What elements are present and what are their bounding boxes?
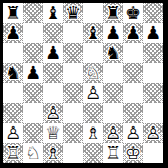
square-e8[interactable] [83, 3, 103, 23]
square-b4[interactable] [23, 83, 43, 103]
piece-white-rook[interactable]: ♖ [3, 143, 23, 163]
piece-black-pawn[interactable]: ♟ [143, 23, 163, 43]
chess-board: ♜♝♛♜♚♟♝♟♟♟♟♞♞♟♘♙♙♙♕♗♙♙♙♖♘♗♖♔ [3, 3, 163, 163]
piece-white-bishop[interactable]: ♗ [83, 123, 103, 143]
piece-white-pawn[interactable]: ♙ [3, 123, 23, 143]
square-d1[interactable] [63, 143, 83, 163]
piece-white-pawn[interactable]: ♙ [103, 123, 123, 143]
piece-black-bishop[interactable]: ♝ [43, 3, 63, 23]
square-d6[interactable] [63, 43, 83, 63]
square-b6[interactable] [23, 43, 43, 63]
square-c1[interactable]: ♗ [43, 143, 63, 163]
piece-black-rook[interactable]: ♜ [103, 3, 123, 23]
chess-diagram: ♜♝♛♜♚♟♝♟♟♟♟♞♞♟♘♙♙♙♕♗♙♙♙♖♘♗♖♔ [0, 0, 168, 168]
piece-white-queen[interactable]: ♕ [43, 123, 63, 143]
square-g3[interactable] [123, 103, 143, 123]
piece-white-king[interactable]: ♔ [123, 143, 143, 163]
square-a2[interactable]: ♙ [3, 123, 23, 143]
square-h3[interactable] [143, 103, 163, 123]
square-e7[interactable]: ♝ [83, 23, 103, 43]
square-c2[interactable]: ♕ [43, 123, 63, 143]
square-c8[interactable]: ♝ [43, 3, 63, 23]
square-c5[interactable] [43, 63, 63, 83]
square-e2[interactable]: ♗ [83, 123, 103, 143]
square-b8[interactable] [23, 3, 43, 23]
square-b3[interactable] [23, 103, 43, 123]
square-g4[interactable] [123, 83, 143, 103]
square-a5[interactable]: ♞ [3, 63, 23, 83]
square-d2[interactable] [63, 123, 83, 143]
square-h4[interactable] [143, 83, 163, 103]
piece-black-knight[interactable]: ♞ [103, 43, 123, 63]
square-b7[interactable] [23, 23, 43, 43]
square-e5[interactable]: ♘ [83, 63, 103, 83]
piece-black-pawn[interactable]: ♟ [103, 23, 123, 43]
square-f2[interactable]: ♙ [103, 123, 123, 143]
square-f8[interactable]: ♜ [103, 3, 123, 23]
square-b2[interactable] [23, 123, 43, 143]
square-c4[interactable] [43, 83, 63, 103]
piece-white-rook[interactable]: ♖ [103, 143, 123, 163]
square-g1[interactable]: ♔ [123, 143, 143, 163]
square-a1[interactable]: ♖ [3, 143, 23, 163]
piece-white-knight[interactable]: ♘ [83, 63, 103, 83]
piece-white-bishop[interactable]: ♗ [43, 143, 63, 163]
square-e4[interactable]: ♙ [83, 83, 103, 103]
square-g2[interactable]: ♙ [123, 123, 143, 143]
square-d8[interactable]: ♛ [63, 3, 83, 23]
square-d3[interactable] [63, 103, 83, 123]
piece-black-knight[interactable]: ♞ [3, 63, 23, 83]
square-f1[interactable]: ♖ [103, 143, 123, 163]
piece-black-pawn[interactable]: ♟ [123, 23, 143, 43]
piece-white-pawn[interactable]: ♙ [143, 123, 163, 143]
piece-black-pawn[interactable]: ♟ [43, 43, 63, 63]
square-h1[interactable] [143, 143, 163, 163]
square-h2[interactable]: ♙ [143, 123, 163, 143]
piece-white-pawn[interactable]: ♙ [123, 123, 143, 143]
square-f7[interactable]: ♟ [103, 23, 123, 43]
square-g7[interactable]: ♟ [123, 23, 143, 43]
piece-white-pawn[interactable]: ♙ [83, 83, 103, 103]
piece-black-queen[interactable]: ♛ [63, 3, 83, 23]
square-g8[interactable]: ♚ [123, 3, 143, 23]
square-h7[interactable]: ♟ [143, 23, 163, 43]
square-c7[interactable] [43, 23, 63, 43]
square-b1[interactable]: ♘ [23, 143, 43, 163]
square-f3[interactable] [103, 103, 123, 123]
square-a8[interactable]: ♜ [3, 3, 23, 23]
piece-black-rook[interactable]: ♜ [3, 3, 23, 23]
square-b5[interactable]: ♟ [23, 63, 43, 83]
piece-black-pawn[interactable]: ♟ [3, 23, 23, 43]
square-d4[interactable] [63, 83, 83, 103]
square-h6[interactable] [143, 43, 163, 63]
square-d5[interactable] [63, 63, 83, 83]
square-f6[interactable]: ♞ [103, 43, 123, 63]
square-h8[interactable] [143, 3, 163, 23]
piece-white-pawn[interactable]: ♙ [43, 103, 63, 123]
piece-black-king[interactable]: ♚ [123, 3, 143, 23]
square-d7[interactable] [63, 23, 83, 43]
square-a3[interactable] [3, 103, 23, 123]
square-g5[interactable] [123, 63, 143, 83]
piece-white-knight[interactable]: ♘ [23, 143, 43, 163]
piece-black-bishop[interactable]: ♝ [83, 23, 103, 43]
square-g6[interactable] [123, 43, 143, 63]
square-a4[interactable] [3, 83, 23, 103]
square-e1[interactable] [83, 143, 103, 163]
piece-black-pawn[interactable]: ♟ [23, 63, 43, 83]
square-a7[interactable]: ♟ [3, 23, 23, 43]
square-c3[interactable]: ♙ [43, 103, 63, 123]
square-e3[interactable] [83, 103, 103, 123]
square-f4[interactable] [103, 83, 123, 103]
square-h5[interactable] [143, 63, 163, 83]
square-c6[interactable]: ♟ [43, 43, 63, 63]
square-a6[interactable] [3, 43, 23, 63]
square-e6[interactable] [83, 43, 103, 63]
square-f5[interactable] [103, 63, 123, 83]
